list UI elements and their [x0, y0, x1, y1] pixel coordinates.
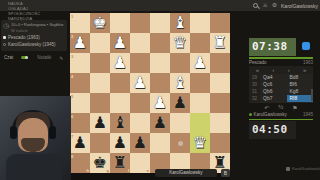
move-32-b[interactable]: Rf8: [287, 95, 314, 102]
square-b3[interactable]: ♟: [190, 53, 210, 73]
white-player-row[interactable]: Pescado (1963): [3, 35, 65, 40]
square-e8[interactable]: e: [130, 153, 150, 173]
square-b2[interactable]: [190, 33, 210, 53]
black-bishop-f6[interactable]: ♝: [110, 113, 130, 133]
move-32-w[interactable]: Qb7: [260, 95, 287, 102]
square-g2[interactable]: [90, 33, 110, 53]
rank-label: 8: [71, 154, 73, 159]
square-a4[interactable]: [210, 73, 230, 93]
rank-label: 5: [71, 94, 73, 99]
white-pawn-b3[interactable]: ♟: [190, 53, 210, 73]
square-c6[interactable]: [170, 113, 190, 133]
move-31-w[interactable]: Qb6: [260, 88, 287, 95]
black-player-name: KarolGawlowsky (1945): [8, 42, 56, 47]
rank-label: 1: [71, 14, 73, 19]
file-label: h: [87, 168, 89, 173]
square-g1[interactable]: ♚: [90, 13, 110, 33]
game-actions: ↶½⚑: [249, 103, 313, 111]
square-c7[interactable]: [170, 133, 190, 153]
streamer-shoulders: [6, 154, 62, 180]
time-control-icon: ◷: [3, 22, 9, 29]
square-b4[interactable]: [190, 73, 210, 93]
first-move-button[interactable]: «: [256, 66, 259, 74]
white-queen-b7[interactable]: ♛: [190, 133, 210, 153]
square-h5[interactable]: 5: [70, 93, 90, 113]
chat-bar: Czat Notatki ✎: [1, 53, 67, 62]
opponent-rating: 1963: [303, 60, 313, 65]
takeback-button[interactable]: ↶: [264, 104, 269, 111]
square-g5[interactable]: [90, 93, 110, 113]
black-pawn-f7[interactable]: ♟: [110, 133, 130, 153]
square-h3[interactable]: 3: [70, 53, 90, 73]
black-player-row[interactable]: KarolGawlowsky (1945): [3, 42, 65, 47]
square-b5[interactable]: [190, 93, 210, 113]
square-e4[interactable]: ♟: [130, 73, 150, 93]
move-number: 31: [249, 88, 260, 95]
webcam-overlay: [0, 96, 71, 180]
square-e5[interactable]: [130, 93, 150, 113]
white-pawn-h2[interactable]: ♟: [70, 33, 90, 53]
headphone-left: [10, 126, 17, 139]
tab-chat[interactable]: Czat: [4, 55, 13, 60]
resign-button[interactable]: ⚑: [292, 104, 297, 111]
square-d7[interactable]: [150, 133, 170, 153]
square-g3[interactable]: [90, 53, 110, 73]
white-pawn-e4[interactable]: ♟: [130, 73, 150, 93]
square-e2[interactable]: [130, 33, 150, 53]
rank-label: 6: [71, 114, 73, 119]
square-c3[interactable]: [170, 53, 190, 73]
game-info-panel: ◷ 10+0 • Rankingowa • Szybkie W trakcie …: [1, 20, 67, 51]
nav-right: ⚔ ⚙ KarolGawlowsky: [253, 0, 318, 11]
move-row: 29Qa4Bd8: [249, 74, 313, 81]
nav-item-5[interactable]: NARZĘDZIA: [8, 16, 53, 21]
opponent-name: Pescado: [249, 60, 267, 65]
square-b1[interactable]: [190, 13, 210, 33]
square-f2[interactable]: ♟: [110, 33, 130, 53]
square-a7[interactable]: [210, 133, 230, 153]
square-a5[interactable]: [210, 93, 230, 113]
white-pawn-f2[interactable]: ♟: [110, 33, 130, 53]
file-label: e: [147, 168, 149, 173]
square-d4[interactable]: [150, 73, 170, 93]
game-side-panel: 07:38 Pescado 1963 «‹›» 29Qa4Bd830Qc6Bf6…: [230, 11, 320, 180]
moretime-icon[interactable]: [302, 42, 310, 50]
square-h2[interactable]: 2♟: [70, 33, 90, 53]
square-c2[interactable]: ♛: [170, 33, 190, 53]
white-bishop-c4[interactable]: ♝: [170, 73, 190, 93]
black-pawn-g6[interactable]: ♟: [90, 113, 110, 133]
white-queen-c2[interactable]: ♛: [170, 33, 190, 53]
move-30-w[interactable]: Qc6: [260, 81, 287, 88]
square-d1[interactable]: [150, 13, 170, 33]
square-g7[interactable]: [90, 133, 110, 153]
white-pawn-f3[interactable]: ♟: [110, 53, 130, 73]
move-number: 32: [249, 95, 260, 102]
white-bishop-c1[interactable]: ♝: [170, 13, 190, 33]
move-31-b[interactable]: Kg8: [287, 88, 314, 95]
square-d6[interactable]: ♟: [150, 113, 170, 133]
move-number: 30: [249, 81, 260, 88]
move-29-b[interactable]: Bd8: [287, 74, 314, 81]
player-clock: 04:50: [249, 121, 296, 139]
player-rating: 1945: [303, 112, 313, 117]
black-pawn-h7[interactable]: ♟: [70, 133, 90, 153]
square-d2[interactable]: [150, 33, 170, 53]
square-a6[interactable]: [210, 113, 230, 133]
opponent-bar[interactable]: Pescado 1963: [249, 59, 313, 66]
online-dot: [249, 113, 252, 116]
plate-badge: B: [221, 169, 230, 177]
black-king-g8[interactable]: ♚: [90, 153, 110, 173]
move-number: 29: [249, 74, 260, 81]
player-bar[interactable]: KarolGawlowsky 1945: [249, 111, 313, 118]
square-f8[interactable]: f♜: [110, 153, 130, 173]
player-time-bar: [249, 119, 313, 121]
white-color-icon: [3, 36, 6, 39]
square-e1[interactable]: [130, 13, 150, 33]
chat-toggle[interactable]: [21, 56, 28, 60]
last-move-button[interactable]: »: [303, 66, 306, 74]
move-30-b[interactable]: Bf6: [287, 81, 314, 88]
move-29-w[interactable]: Qa4: [260, 74, 287, 81]
square-e7[interactable]: ♟: [130, 133, 150, 153]
move-dest-dot: [178, 141, 183, 146]
square-h4[interactable]: 4: [70, 73, 90, 93]
black-pawn-c5[interactable]: ♟: [170, 93, 190, 113]
square-e3[interactable]: [130, 53, 150, 73]
black-pawn-d6[interactable]: ♟: [150, 113, 170, 133]
tab-notes[interactable]: Notatki: [37, 55, 51, 60]
square-a1[interactable]: [210, 13, 230, 33]
square-g6[interactable]: ♟: [90, 113, 110, 133]
chess-board[interactable]: 1♚♝2♟♟♛♜3♟♟4♟♝5♟♟6♟♝♟7♟♟♟♛8hg♚f♜edcba♜: [70, 13, 230, 173]
black-pawn-e7[interactable]: ♟: [130, 133, 150, 153]
square-c1[interactable]: ♝: [170, 13, 190, 33]
square-h7[interactable]: 7♟: [70, 133, 90, 153]
opponent-clock: 07:38: [249, 38, 296, 56]
square-f6[interactable]: ♝: [110, 113, 130, 133]
square-f3[interactable]: ♟: [110, 53, 130, 73]
player-name: KarolGawlowsky: [254, 112, 287, 117]
square-h8[interactable]: 8h: [70, 153, 90, 173]
square-d5[interactable]: ♟: [150, 93, 170, 113]
search-icon[interactable]: [253, 3, 258, 8]
white-pawn-d5[interactable]: ♟: [150, 93, 170, 113]
white-rook-a2[interactable]: ♜: [210, 33, 230, 53]
top-nav: GRAJZADANIA SZACHOWENAUKAOGLĄDAJSPOŁECZN…: [0, 0, 320, 11]
square-a3[interactable]: [210, 53, 230, 73]
move-row: 32Qb7Rf8: [249, 95, 313, 102]
replay-controls: «‹›»: [249, 66, 313, 74]
game-meta: 10+0 • Rankingowa • Szybkie: [11, 22, 63, 27]
black-rook-f8[interactable]: ♜: [110, 153, 130, 173]
square-d3[interactable]: [150, 53, 170, 73]
white-king-g1[interactable]: ♚: [90, 13, 110, 33]
watermark-icon: [286, 167, 290, 171]
square-f5[interactable]: [110, 93, 130, 113]
move-row: 31Qb6Kg8: [249, 88, 313, 95]
square-h6[interactable]: 6: [70, 113, 90, 133]
white-player-name: Pescado (1963): [8, 35, 40, 40]
move-list-scrollbar[interactable]: [311, 89, 313, 101]
game-status: W trakcie: [11, 28, 63, 33]
next-move-button[interactable]: ›: [288, 66, 290, 74]
rank-label: 3: [71, 54, 73, 59]
square-f4[interactable]: [110, 73, 130, 93]
square-c5[interactable]: ♟: [170, 93, 190, 113]
prev-move-button[interactable]: ‹: [272, 66, 274, 74]
rank-label: 4: [71, 74, 73, 79]
move-row: 30Qc6Bf6: [249, 81, 313, 88]
square-h1[interactable]: 1: [70, 13, 90, 33]
square-g4[interactable]: [90, 73, 110, 93]
username-menu[interactable]: KarolGawlowsky: [281, 3, 318, 9]
challenge-icon[interactable]: ⚔: [262, 0, 267, 11]
black-color-icon: [3, 43, 6, 46]
draw-offer-button[interactable]: ½: [278, 104, 283, 110]
lichess-game-screen: GRAJZADANIA SZACHOWENAUKAOGLĄDAJSPOŁECZN…: [0, 0, 320, 180]
nav-menu: GRAJZADANIA SZACHOWENAUKAOGLĄDAJSPOŁECZN…: [3, 0, 53, 21]
settings-icon[interactable]: ⚙: [272, 0, 277, 11]
pencil-icon: ✎: [59, 55, 63, 61]
square-f1[interactable]: [110, 13, 130, 33]
square-b6[interactable]: [190, 113, 210, 133]
square-a2[interactable]: ♜: [210, 33, 230, 53]
square-c4[interactable]: ♝: [170, 73, 190, 93]
player-name-plate: KarolGawlowsky: [155, 169, 217, 177]
move-list[interactable]: 29Qa4Bd830Qc6Bf631Qb6Kg832Qb7Rf8: [249, 74, 313, 103]
square-f7[interactable]: ♟: [110, 133, 130, 153]
square-e6[interactable]: [130, 113, 150, 133]
square-g8[interactable]: g♚: [90, 153, 110, 173]
square-b7[interactable]: ♛: [190, 133, 210, 153]
headphone-right: [49, 126, 56, 139]
channel-watermark: KarolGawlowsky: [286, 166, 320, 171]
